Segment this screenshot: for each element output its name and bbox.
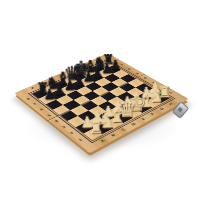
product-photo-chess-set: ABCDEFGH ABCDEFGH 87654321 87654321 ♜♞♝♛… bbox=[0, 0, 200, 200]
piece-white-rook[interactable]: ♜ bbox=[85, 119, 108, 137]
piece-black-pawn[interactable]: ♟ bbox=[39, 87, 60, 102]
